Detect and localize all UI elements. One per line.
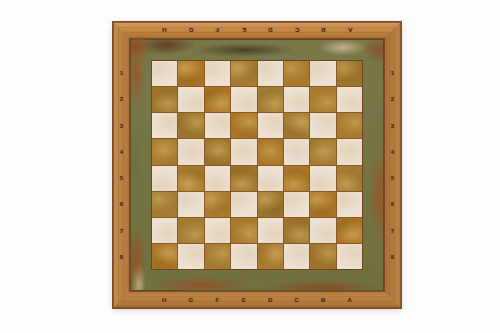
square-h4[interactable] [152, 139, 177, 164]
rank-label: 3 [113, 113, 130, 139]
square-d2[interactable] [258, 87, 283, 112]
file-labels-bottom: HGFEDCBA [151, 291, 363, 308]
rank-label: 5 [384, 165, 401, 191]
square-e4[interactable] [231, 139, 256, 164]
file-label: H [151, 291, 178, 308]
rank-label: 6 [113, 191, 130, 217]
square-c1[interactable] [284, 61, 309, 86]
rank-label: 1 [113, 60, 130, 86]
square-b7[interactable] [310, 218, 335, 243]
rank-label: 4 [113, 139, 130, 165]
square-g5[interactable] [178, 166, 203, 191]
square-f3[interactable] [205, 113, 230, 138]
square-d1[interactable] [258, 61, 283, 86]
square-f5[interactable] [205, 166, 230, 191]
square-a2[interactable] [337, 87, 362, 112]
square-g1[interactable] [178, 61, 203, 86]
square-e3[interactable] [231, 113, 256, 138]
square-c6[interactable] [284, 192, 309, 217]
square-f6[interactable] [205, 192, 230, 217]
square-a7[interactable] [337, 218, 362, 243]
rank-label: 6 [384, 191, 401, 217]
file-label: E [231, 22, 258, 39]
square-e7[interactable] [231, 218, 256, 243]
square-c4[interactable] [284, 139, 309, 164]
file-label: F [204, 291, 231, 308]
rank-label: 7 [384, 218, 401, 244]
rank-label: 7 [113, 218, 130, 244]
file-label: G [178, 22, 205, 39]
square-a1[interactable] [337, 61, 362, 86]
square-b5[interactable] [310, 166, 335, 191]
chess-board: HGFEDCBA HGFEDCBA 12345678 12345678 [113, 22, 401, 308]
square-a8[interactable] [337, 244, 362, 269]
square-f2[interactable] [205, 87, 230, 112]
square-c3[interactable] [284, 113, 309, 138]
file-label: A [337, 291, 364, 308]
square-g3[interactable] [178, 113, 203, 138]
square-a6[interactable] [337, 192, 362, 217]
rank-label: 4 [384, 139, 401, 165]
square-f7[interactable] [205, 218, 230, 243]
square-a5[interactable] [337, 166, 362, 191]
square-e1[interactable] [231, 61, 256, 86]
square-b2[interactable] [310, 87, 335, 112]
file-label: D [257, 291, 284, 308]
file-labels-top: HGFEDCBA [151, 22, 363, 39]
square-b4[interactable] [310, 139, 335, 164]
square-c2[interactable] [284, 87, 309, 112]
square-b3[interactable] [310, 113, 335, 138]
square-d7[interactable] [258, 218, 283, 243]
rank-label: 8 [384, 244, 401, 270]
file-label: B [310, 22, 337, 39]
photo-background: HGFEDCBA HGFEDCBA 12345678 12345678 [0, 0, 500, 333]
file-label: A [337, 22, 364, 39]
square-e6[interactable] [231, 192, 256, 217]
square-g8[interactable] [178, 244, 203, 269]
file-label: C [284, 22, 311, 39]
square-d4[interactable] [258, 139, 283, 164]
square-h7[interactable] [152, 218, 177, 243]
file-label: B [310, 291, 337, 308]
square-b1[interactable] [310, 61, 335, 86]
square-g7[interactable] [178, 218, 203, 243]
square-d6[interactable] [258, 192, 283, 217]
file-label: F [204, 22, 231, 39]
square-e2[interactable] [231, 87, 256, 112]
rank-label: 5 [113, 165, 130, 191]
rank-label: 1 [384, 60, 401, 86]
rank-label: 2 [113, 86, 130, 112]
square-c8[interactable] [284, 244, 309, 269]
square-h8[interactable] [152, 244, 177, 269]
rank-labels-right: 12345678 [384, 60, 401, 270]
square-h2[interactable] [152, 87, 177, 112]
square-a4[interactable] [337, 139, 362, 164]
square-e5[interactable] [231, 166, 256, 191]
square-g4[interactable] [178, 139, 203, 164]
square-d5[interactable] [258, 166, 283, 191]
file-label: E [231, 291, 258, 308]
rank-label: 3 [384, 113, 401, 139]
square-f1[interactable] [205, 61, 230, 86]
square-h6[interactable] [152, 192, 177, 217]
square-a3[interactable] [337, 113, 362, 138]
file-label: H [151, 22, 178, 39]
square-c5[interactable] [284, 166, 309, 191]
square-c7[interactable] [284, 218, 309, 243]
square-d3[interactable] [258, 113, 283, 138]
file-label: G [178, 291, 205, 308]
square-h5[interactable] [152, 166, 177, 191]
square-g2[interactable] [178, 87, 203, 112]
file-label: C [284, 291, 311, 308]
rank-label: 2 [384, 86, 401, 112]
board-grid [151, 60, 363, 270]
file-label: D [257, 22, 284, 39]
square-e8[interactable] [231, 244, 256, 269]
square-g6[interactable] [178, 192, 203, 217]
rank-labels-left: 12345678 [113, 60, 130, 270]
square-h3[interactable] [152, 113, 177, 138]
rank-label: 8 [113, 244, 130, 270]
square-b6[interactable] [310, 192, 335, 217]
square-h1[interactable] [152, 61, 177, 86]
square-f4[interactable] [205, 139, 230, 164]
square-d8[interactable] [258, 244, 283, 269]
square-b8[interactable] [310, 244, 335, 269]
square-f8[interactable] [205, 244, 230, 269]
